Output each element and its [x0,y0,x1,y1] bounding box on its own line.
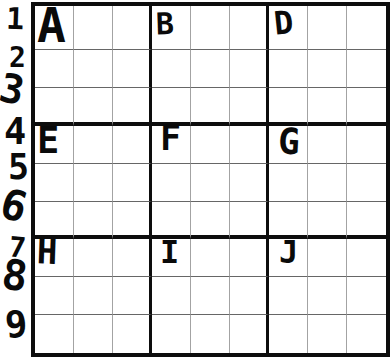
cell-r5c7[interactable] [269,164,308,202]
row-label-3: 3 [0,67,28,111]
cell-r1c8[interactable] [308,6,347,50]
cell-r3c6[interactable] [230,88,269,126]
cell-r8c8[interactable] [308,277,347,315]
box-label-F: F [160,121,190,156]
cell-r3c3[interactable] [113,88,152,126]
cell-r4c7[interactable]: G [269,126,308,164]
row-label-9: 9 [3,305,28,344]
cell-r8c5[interactable] [191,277,230,315]
cell-r8c9[interactable] [347,277,386,315]
cell-r8c6[interactable] [230,277,269,315]
cell-r5c5[interactable] [191,164,230,202]
cell-r3c5[interactable] [191,88,230,126]
cell-r6c8[interactable] [308,202,347,240]
row-label-6: 6 [0,182,32,229]
cell-r1c5[interactable] [191,6,230,50]
box-label-J: J [279,236,307,268]
cell-r5c8[interactable] [308,164,347,202]
cell-r2c9[interactable] [347,50,386,88]
cell-r8c2[interactable] [74,277,113,315]
cell-r5c3[interactable] [113,164,152,202]
cell-r2c6[interactable] [230,50,269,88]
cell-r4c4[interactable]: F [152,126,191,164]
row-labels: 123456789 [0,0,31,359]
cell-r2c8[interactable] [308,50,347,88]
cell-r1c7[interactable]: D [269,6,308,50]
cell-r5c9[interactable] [347,164,386,202]
cell-r9c6[interactable] [230,315,269,353]
cell-r9c9[interactable] [347,315,386,353]
box-label-G: G [277,123,308,160]
cell-r1c4[interactable]: B [152,6,191,50]
cell-r5c2[interactable] [74,164,113,202]
cell-r9c4[interactable] [152,315,191,353]
cell-r2c3[interactable] [113,50,152,88]
cell-r8c1[interactable] [35,277,74,315]
cell-r4c8[interactable] [308,126,347,164]
cell-r8c4[interactable] [152,277,191,315]
cell-r3c2[interactable] [74,88,113,126]
cell-r1c6[interactable] [230,6,269,50]
cell-r7c4[interactable]: I [152,239,191,277]
cell-r7c5[interactable] [191,239,230,277]
cell-r2c7[interactable] [269,50,308,88]
cell-r2c5[interactable] [191,50,230,88]
cell-r9c1[interactable] [35,315,74,353]
row-label-8: 8 [0,253,30,298]
cell-r6c5[interactable] [191,202,230,240]
cell-r5c1[interactable] [35,164,74,202]
cell-r5c6[interactable] [230,164,269,202]
sudoku-diagram: 123456789 ABDEFGHIJ [0,0,390,359]
cell-r4c2[interactable] [74,126,113,164]
cell-r7c2[interactable] [74,239,113,277]
cell-r7c7[interactable]: J [269,239,308,277]
cell-r7c9[interactable] [347,239,386,277]
cell-r4c5[interactable] [191,126,230,164]
row-label-1: 1 [5,4,24,35]
cell-r4c6[interactable] [230,126,269,164]
cell-r4c3[interactable] [113,126,152,164]
cell-r1c2[interactable] [74,6,113,50]
cell-r9c5[interactable] [191,315,230,353]
cell-r2c4[interactable] [152,50,191,88]
cell-r1c3[interactable] [113,6,152,50]
sudoku-board: ABDEFGHIJ [31,2,390,357]
cell-r1c1[interactable]: A [35,6,74,50]
box-label-B: B [155,8,190,39]
cell-r1c9[interactable] [347,6,386,50]
cell-r4c1[interactable]: E [35,126,74,164]
cell-r3c8[interactable] [308,88,347,126]
box-label-I: I [160,236,190,268]
cell-r9c3[interactable] [113,315,152,353]
cell-r2c2[interactable] [74,50,113,88]
cell-r6c3[interactable] [113,202,152,240]
cell-r2c1[interactable] [35,50,74,88]
cell-r6c2[interactable] [74,202,113,240]
cell-r9c7[interactable] [269,315,308,353]
cell-r6c9[interactable] [347,202,386,240]
cell-r8c3[interactable] [113,277,152,315]
cell-r6c6[interactable] [230,202,269,240]
row-label-4: 4 [4,113,26,150]
cell-r9c2[interactable] [74,315,113,353]
box-label-E: E [37,122,73,159]
cell-r7c3[interactable] [113,239,152,277]
cell-r3c9[interactable] [347,88,386,126]
box-label-A: A [37,1,73,49]
cell-r7c6[interactable] [230,239,269,277]
cell-r7c8[interactable] [308,239,347,277]
box-label-D: D [272,4,308,39]
cell-r8c7[interactable] [269,277,308,315]
cell-r9c8[interactable] [308,315,347,353]
cell-r5c4[interactable] [152,164,191,202]
cell-r7c1[interactable]: H [35,239,74,277]
cell-r4c9[interactable] [347,126,386,164]
box-label-H: H [36,235,73,270]
